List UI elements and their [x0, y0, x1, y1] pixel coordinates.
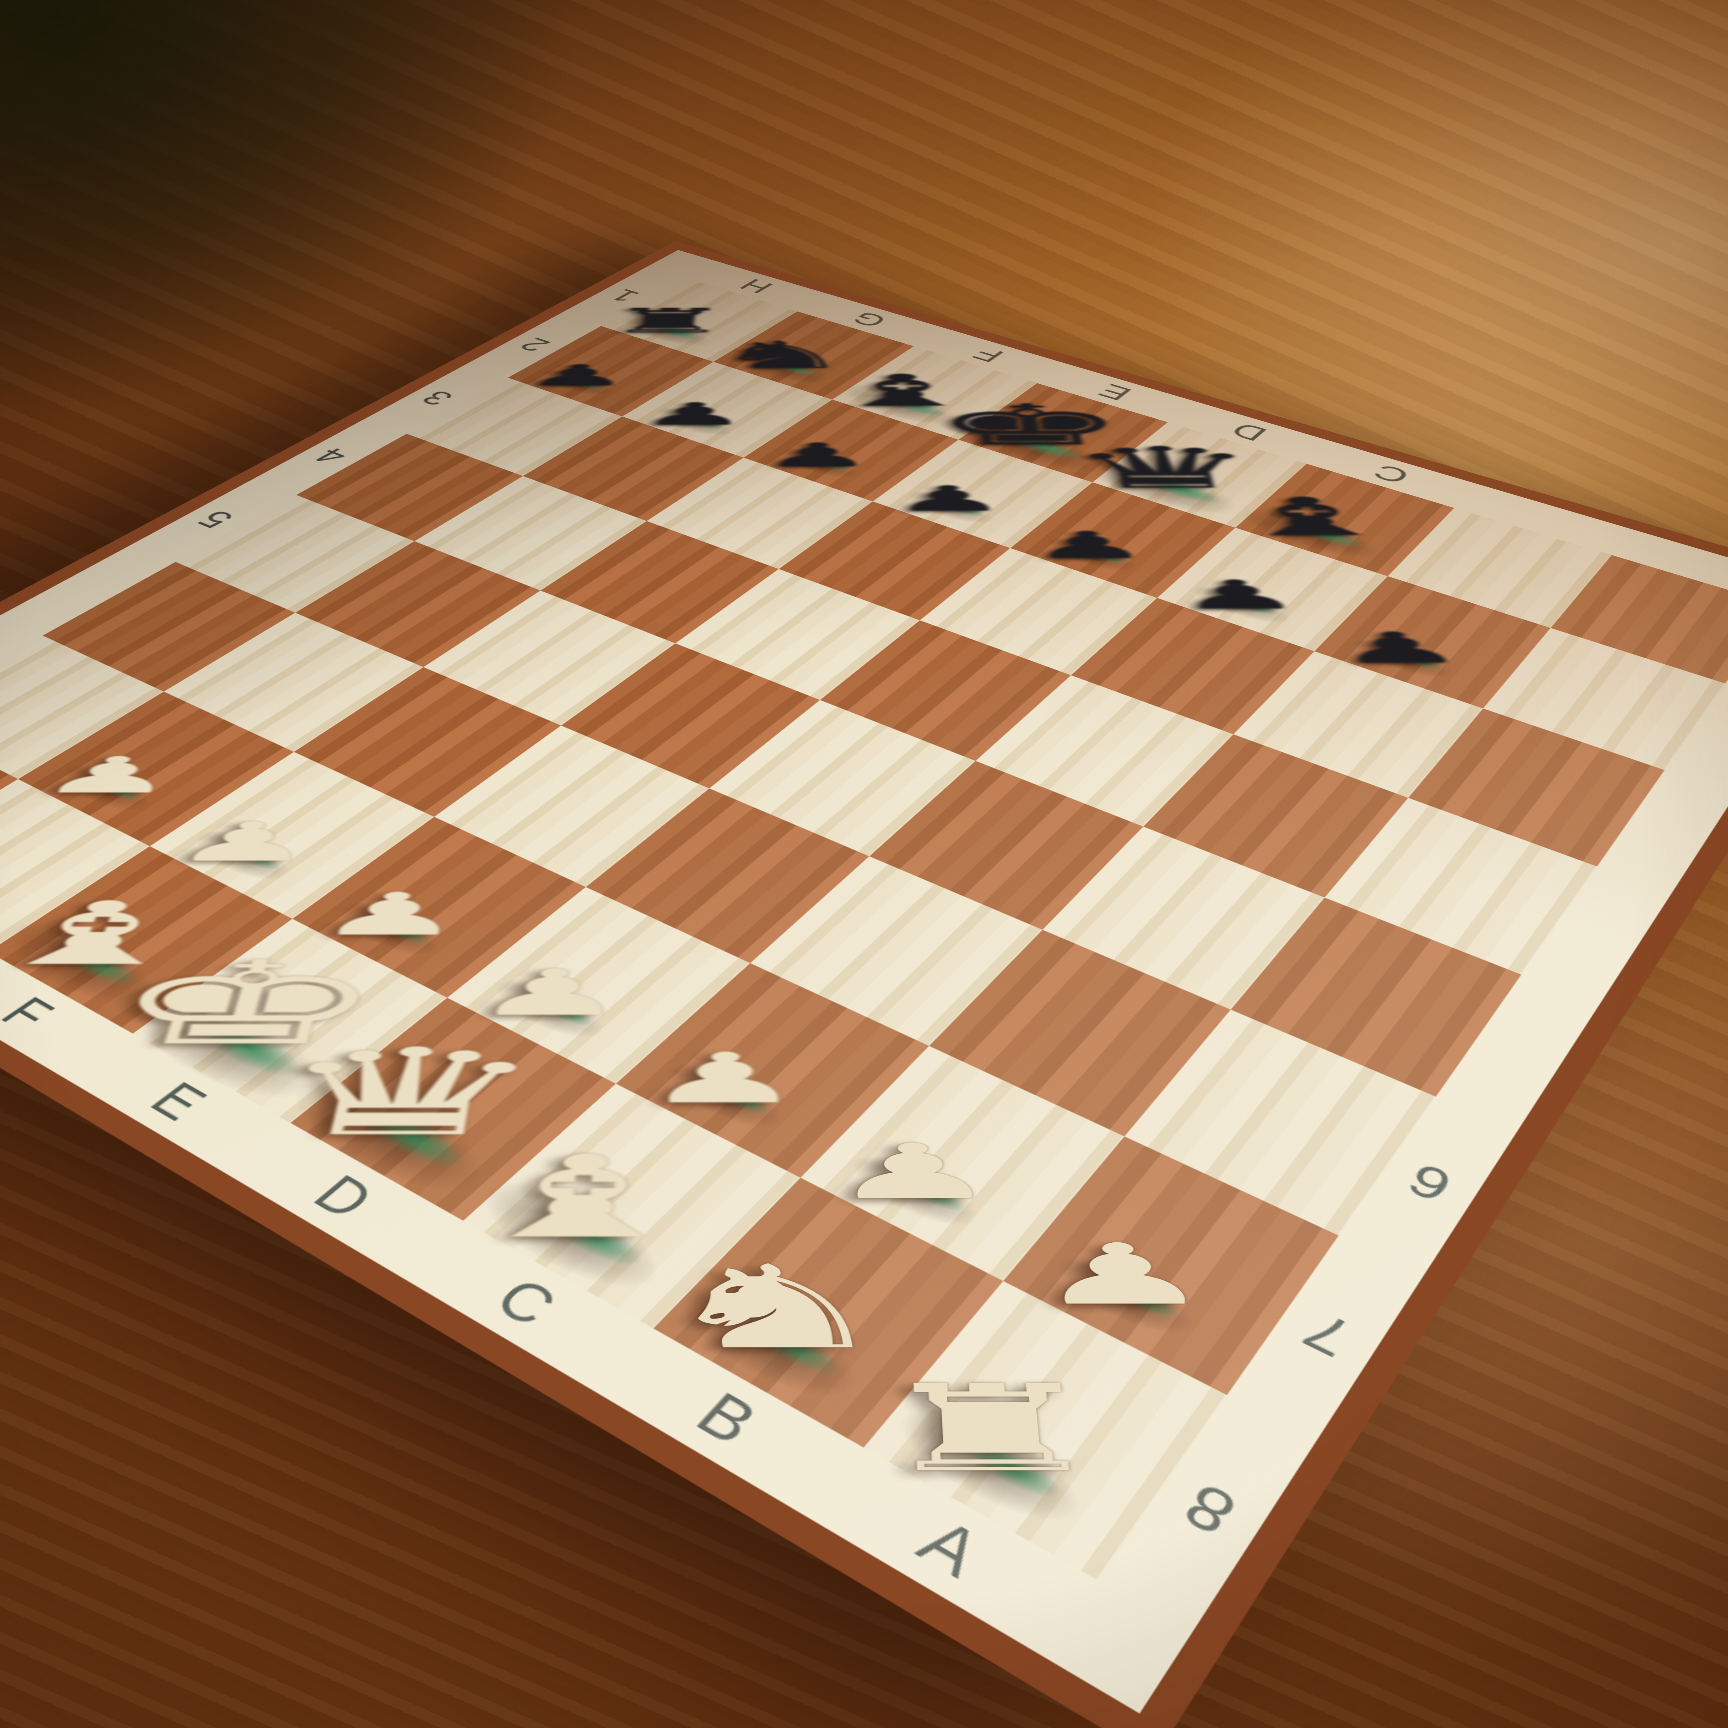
- table-surface: HGFEDCBAHGFEDC12345678 ♜♞♝♚♛♝♟♟♟♟♟♟♟♟♟♟♟…: [0, 0, 1728, 1728]
- photo-vignette: [0, 0, 1728, 1728]
